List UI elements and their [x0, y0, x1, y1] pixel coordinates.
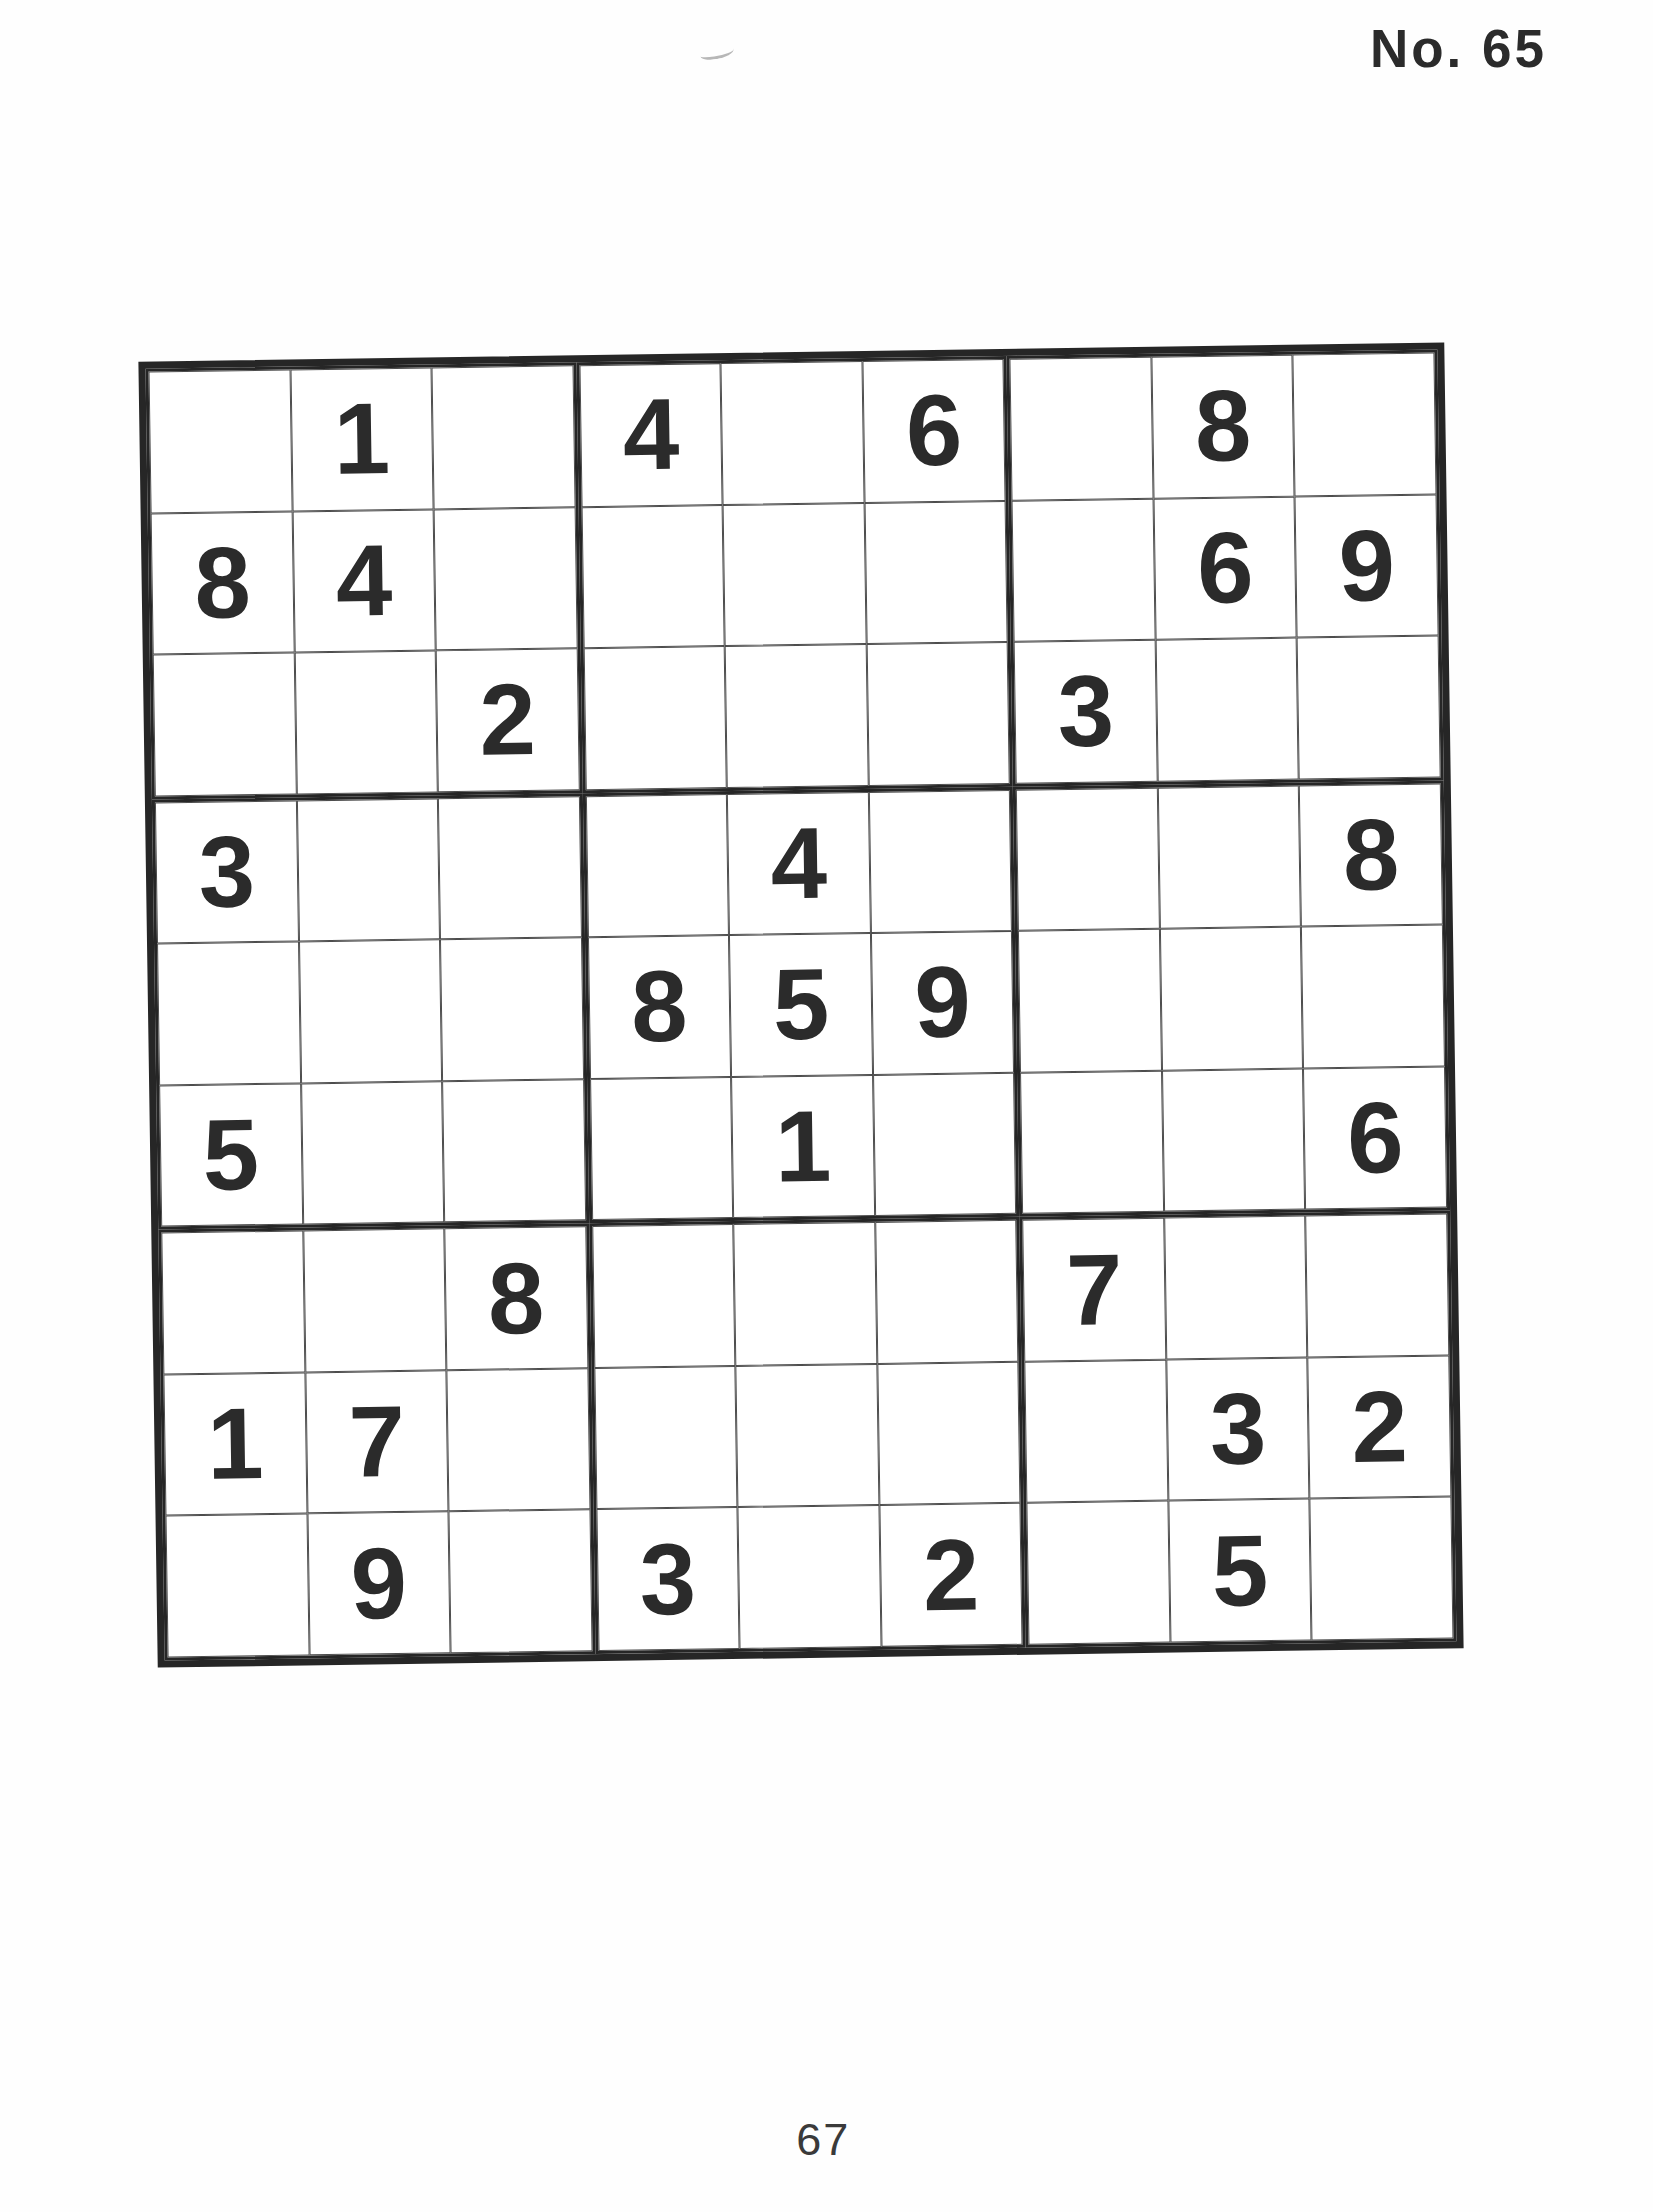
- cell-r7c7-given[interactable]: 7: [1023, 1218, 1167, 1362]
- cell-r7c9-empty[interactable]: [1306, 1214, 1450, 1358]
- cell-r2c5-empty[interactable]: [723, 503, 867, 647]
- cell-r3c3-given[interactable]: 2: [436, 648, 580, 792]
- cell-r2c1-given[interactable]: 8: [151, 511, 295, 655]
- cell-r5c3-empty[interactable]: [440, 937, 584, 1081]
- cell-r2c2-given[interactable]: 4: [292, 509, 436, 653]
- cell-r3c7-given[interactable]: 3: [1014, 640, 1158, 784]
- puzzle-number-label: No. 65: [1370, 18, 1547, 79]
- cell-r8c9-given[interactable]: 2: [1308, 1355, 1452, 1499]
- cell-r9c7-empty[interactable]: [1027, 1501, 1171, 1645]
- cell-r4c4-empty[interactable]: [586, 794, 730, 938]
- sudoku-box-3: 8693: [1007, 349, 1444, 786]
- sudoku-box-2: 46: [576, 356, 1013, 793]
- sudoku-board: 18424686933548591868179327325: [138, 342, 1463, 1667]
- cell-r7c6-empty[interactable]: [875, 1220, 1019, 1364]
- cell-r7c5-empty[interactable]: [733, 1222, 877, 1366]
- cell-r8c2-given[interactable]: 7: [305, 1370, 449, 1514]
- cell-r4c1-given[interactable]: 3: [155, 800, 299, 944]
- cell-r1c7-empty[interactable]: [1010, 357, 1154, 501]
- cell-r9c9-empty[interactable]: [1310, 1497, 1454, 1641]
- cell-r8c3-empty[interactable]: [446, 1368, 590, 1512]
- cell-r6c4-empty[interactable]: [590, 1077, 734, 1221]
- book-page: No. 65 18424686933548591868179327325 67: [0, 0, 1653, 2212]
- cell-r9c6-given[interactable]: 2: [879, 1503, 1023, 1647]
- cell-r3c6-empty[interactable]: [866, 642, 1010, 786]
- cell-r4c5-given[interactable]: 4: [727, 792, 871, 936]
- cell-r6c9-given[interactable]: 6: [1303, 1066, 1447, 1210]
- cell-r5c7-empty[interactable]: [1018, 929, 1162, 1073]
- cell-r7c1-empty[interactable]: [161, 1231, 305, 1375]
- cell-r3c5-empty[interactable]: [725, 644, 869, 788]
- cell-r4c9-given[interactable]: 8: [1299, 783, 1443, 927]
- cell-r5c2-empty[interactable]: [299, 940, 443, 1084]
- cell-r9c3-empty[interactable]: [449, 1510, 593, 1654]
- sudoku-box-1: 1842: [145, 362, 582, 799]
- cell-r6c2-empty[interactable]: [301, 1081, 445, 1225]
- cell-r4c7-empty[interactable]: [1016, 787, 1160, 931]
- cell-r7c2-empty[interactable]: [303, 1229, 447, 1373]
- cell-r2c4-empty[interactable]: [581, 505, 725, 649]
- cell-r8c8-given[interactable]: 3: [1166, 1357, 1310, 1501]
- cell-r7c3-given[interactable]: 8: [444, 1227, 588, 1371]
- cell-r8c4-empty[interactable]: [594, 1366, 738, 1510]
- cell-r4c2-empty[interactable]: [296, 798, 440, 942]
- sudoku-box-6: 86: [1013, 780, 1450, 1217]
- cell-r1c4-given[interactable]: 4: [579, 363, 723, 507]
- cell-r6c6-empty[interactable]: [873, 1073, 1017, 1217]
- cell-r4c8-empty[interactable]: [1158, 785, 1302, 929]
- sudoku-box-5: 48591: [582, 786, 1019, 1223]
- cell-r5c6-given[interactable]: 9: [871, 931, 1015, 1075]
- cell-r1c8-given[interactable]: 8: [1151, 355, 1295, 499]
- sudoku-box-7: 8179: [158, 1223, 595, 1660]
- cell-r5c5-given[interactable]: 5: [729, 933, 873, 1077]
- cell-r3c2-empty[interactable]: [294, 650, 438, 794]
- sudoku-box-9: 7325: [1019, 1211, 1456, 1648]
- cell-r4c3-empty[interactable]: [438, 796, 582, 940]
- cell-r8c1-given[interactable]: 1: [163, 1372, 307, 1516]
- cell-r7c8-empty[interactable]: [1164, 1216, 1308, 1360]
- sudoku-box-4: 35: [152, 793, 589, 1230]
- cell-r8c5-empty[interactable]: [736, 1364, 880, 1508]
- cell-r5c8-empty[interactable]: [1160, 927, 1304, 1071]
- sudoku-box-8: 32: [589, 1217, 1026, 1654]
- cell-r6c1-given[interactable]: 5: [159, 1083, 303, 1227]
- cell-r2c3-empty[interactable]: [434, 507, 578, 651]
- cell-r5c9-empty[interactable]: [1301, 925, 1445, 1069]
- cell-r1c3-empty[interactable]: [432, 365, 576, 509]
- cell-r7c4-empty[interactable]: [592, 1224, 736, 1368]
- cell-r9c2-given[interactable]: 9: [307, 1512, 451, 1656]
- cell-r4c6-empty[interactable]: [869, 790, 1013, 934]
- cell-r5c1-empty[interactable]: [157, 942, 301, 1086]
- cell-r1c9-empty[interactable]: [1293, 353, 1437, 497]
- cell-r9c8-given[interactable]: 5: [1168, 1499, 1312, 1643]
- cell-r6c8-empty[interactable]: [1162, 1068, 1306, 1212]
- cell-r2c7-empty[interactable]: [1012, 498, 1156, 642]
- cell-r3c4-empty[interactable]: [583, 646, 727, 790]
- cell-r1c2-given[interactable]: 1: [290, 367, 434, 511]
- cell-r8c6-empty[interactable]: [877, 1362, 1021, 1506]
- cell-r8c7-empty[interactable]: [1025, 1359, 1169, 1503]
- page-number: 67: [796, 2114, 850, 2166]
- cell-r1c1-empty[interactable]: [149, 370, 293, 514]
- cell-r1c6-given[interactable]: 6: [862, 359, 1006, 503]
- cell-r2c6-empty[interactable]: [864, 500, 1008, 644]
- cell-r3c9-empty[interactable]: [1297, 636, 1441, 780]
- cell-r9c5-empty[interactable]: [738, 1505, 882, 1649]
- cell-r3c1-empty[interactable]: [153, 653, 297, 797]
- cell-r9c4-given[interactable]: 3: [596, 1507, 740, 1651]
- cell-r5c4-given[interactable]: 8: [588, 935, 732, 1079]
- scan-artifact: [699, 44, 734, 62]
- cell-r1c5-empty[interactable]: [721, 361, 865, 505]
- cell-r9c1-empty[interactable]: [166, 1514, 310, 1658]
- cell-r6c7-empty[interactable]: [1020, 1070, 1164, 1214]
- cell-r6c5-given[interactable]: 1: [731, 1075, 875, 1219]
- cell-r6c3-empty[interactable]: [442, 1079, 586, 1223]
- cell-r2c9-given[interactable]: 9: [1295, 494, 1439, 638]
- cell-r2c8-given[interactable]: 6: [1153, 496, 1297, 640]
- cell-r3c8-empty[interactable]: [1155, 638, 1299, 782]
